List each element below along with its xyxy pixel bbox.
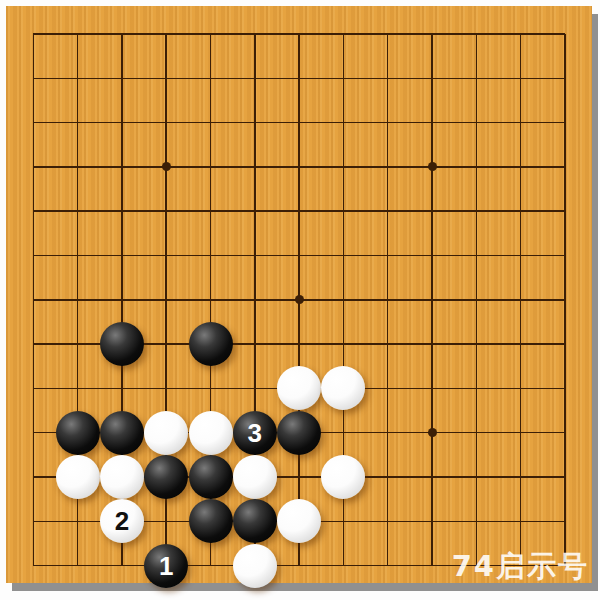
stone-black [189,499,233,543]
go-board[interactable]: 321 [6,6,592,583]
stone-black: 1 [144,544,188,588]
stone-white [233,544,277,588]
stone-white [233,455,277,499]
stone-black: 3 [233,411,277,455]
stone-white [321,366,365,410]
grid-line [476,34,478,566]
star-point [295,295,304,304]
stone-white [277,499,321,543]
stone-black [56,411,100,455]
stone-white [100,455,144,499]
stone-white [56,455,100,499]
stone-white [144,411,188,455]
grid-line [564,34,566,566]
grid-line [387,34,389,566]
page: 321 74启示号 [0,0,600,600]
stone-black [277,411,321,455]
move-number-label: 2 [115,508,129,534]
stone-black [144,455,188,499]
stone-black [189,455,233,499]
move-number-label: 3 [248,420,262,446]
star-point [428,162,437,171]
star-point [162,162,171,171]
grid-line [431,34,433,566]
stone-black [100,322,144,366]
stone-white [277,366,321,410]
star-point [428,428,437,437]
stone-black [233,499,277,543]
stone-white [321,455,365,499]
stone-white [189,411,233,455]
stone-white: 2 [100,499,144,543]
move-number-label: 1 [159,553,173,579]
watermark: 74启示号 [452,547,589,587]
stone-black [189,322,233,366]
stone-black [100,411,144,455]
grid-line [520,34,522,566]
